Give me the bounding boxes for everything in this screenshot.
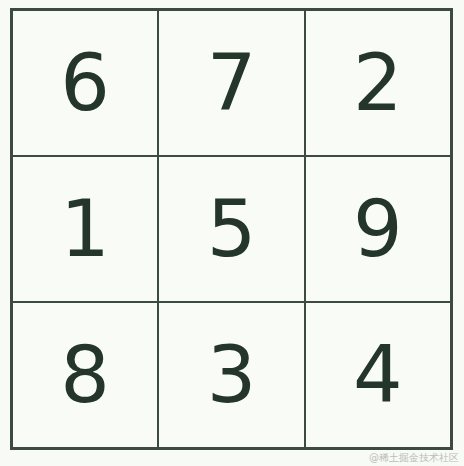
cell-value: 2 [353, 44, 403, 122]
cell-value: 7 [207, 44, 257, 122]
cell-value: 1 [60, 190, 110, 268]
cell-r3c3: 4 [306, 303, 450, 447]
cell-value: 5 [207, 190, 257, 268]
cell-r1c2: 7 [159, 11, 303, 155]
cell-r2c2: 5 [159, 157, 303, 301]
cell-r2c1: 1 [13, 157, 157, 301]
cell-r1c3: 2 [306, 11, 450, 155]
cell-value: 8 [60, 336, 110, 414]
cell-value: 9 [353, 190, 403, 268]
watermark: @稀土掘金技术社区 [369, 451, 459, 465]
cell-r3c2: 3 [159, 303, 303, 447]
cell-value: 3 [207, 336, 257, 414]
magic-square-diagram: 6 7 2 1 5 9 8 3 4 @稀土掘金技术社区 [0, 0, 464, 466]
cell-r3c1: 8 [13, 303, 157, 447]
cell-r2c3: 9 [306, 157, 450, 301]
cell-value: 6 [60, 44, 110, 122]
cell-value: 4 [353, 336, 403, 414]
magic-square-board: 6 7 2 1 5 9 8 3 4 [10, 8, 453, 450]
cell-r1c1: 6 [13, 11, 157, 155]
